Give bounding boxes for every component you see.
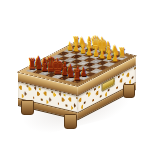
- chess-set-photo: ♜♞♝♛♚♝♞♜♟♟♟♟♟♟♟♟♟♟♟♟♟♟♟♟♜♞♝♛♚♝♞♜: [0, 0, 150, 150]
- box-foot-right: [123, 84, 135, 98]
- box-foot-middle: [64, 114, 77, 129]
- box-foot-left: [21, 100, 34, 115]
